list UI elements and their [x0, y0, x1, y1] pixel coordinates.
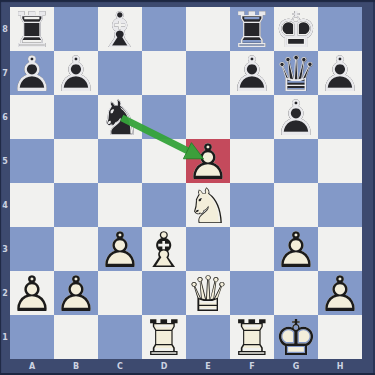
square-h1[interactable] — [318, 315, 362, 359]
piece-glyph-outline: ♙ — [54, 272, 98, 316]
square-h4[interactable] — [318, 183, 362, 227]
black-queen[interactable]: ♛♕ — [274, 51, 318, 95]
black-rook[interactable]: ♜♖ — [10, 7, 54, 51]
square-c4[interactable] — [98, 183, 142, 227]
white-rook[interactable]: ♜♖ — [142, 315, 186, 359]
file-label-d: D — [142, 359, 186, 374]
white-king[interactable]: ♚♔ — [274, 315, 318, 359]
square-g5[interactable] — [274, 139, 318, 183]
rank-labels: 87654321 — [0, 7, 10, 359]
board-frame: 87654321 ♜♖♝♗♜♖♚♔♟♙♟♙♟♙♛♕♟♙♞♘♟♙♟♙♞♘♟♙♝♗♟… — [0, 0, 375, 375]
square-c2[interactable] — [98, 271, 142, 315]
square-a8[interactable]: ♜♖ — [10, 7, 54, 51]
black-bishop[interactable]: ♝♗ — [98, 7, 142, 51]
square-f1[interactable]: ♜♖ — [230, 315, 274, 359]
chess-board: ♜♖♝♗♜♖♚♔♟♙♟♙♟♙♛♕♟♙♞♘♟♙♟♙♞♘♟♙♝♗♟♙♟♙♟♙♛♕♟♙… — [10, 7, 362, 359]
rank-label-1: 1 — [0, 315, 10, 359]
piece-glyph-outline: ♙ — [318, 272, 362, 316]
white-bishop[interactable]: ♝♗ — [142, 227, 186, 271]
piece-glyph-outline: ♙ — [10, 272, 54, 316]
rank-label-4: 4 — [0, 183, 10, 227]
square-a6[interactable] — [10, 95, 54, 139]
square-h3[interactable] — [318, 227, 362, 271]
file-label-a: A — [10, 359, 54, 374]
square-b6[interactable] — [54, 95, 98, 139]
square-f3[interactable] — [230, 227, 274, 271]
rank-label-8: 8 — [0, 7, 10, 51]
white-pawn[interactable]: ♟♙ — [98, 227, 142, 271]
square-h5[interactable] — [318, 139, 362, 183]
square-g8[interactable]: ♚♔ — [274, 7, 318, 51]
piece-glyph-outline: ♗ — [98, 8, 142, 52]
square-f7[interactable]: ♟♙ — [230, 51, 274, 95]
square-e7[interactable] — [186, 51, 230, 95]
square-d1[interactable]: ♜♖ — [142, 315, 186, 359]
square-g4[interactable] — [274, 183, 318, 227]
square-b1[interactable] — [54, 315, 98, 359]
piece-glyph-outline: ♙ — [274, 228, 318, 272]
piece-glyph-outline: ♖ — [230, 316, 274, 360]
piece-glyph-outline: ♙ — [54, 52, 98, 96]
square-f6[interactable] — [230, 95, 274, 139]
rank-label-2: 2 — [0, 271, 10, 315]
white-queen[interactable]: ♛♕ — [186, 271, 230, 315]
square-g2[interactable] — [274, 271, 318, 315]
square-c5[interactable] — [98, 139, 142, 183]
square-d3[interactable]: ♝♗ — [142, 227, 186, 271]
square-g3[interactable]: ♟♙ — [274, 227, 318, 271]
piece-glyph-outline: ♔ — [274, 316, 318, 360]
white-pawn[interactable]: ♟♙ — [318, 271, 362, 315]
square-a4[interactable] — [10, 183, 54, 227]
white-knight[interactable]: ♞♘ — [186, 183, 230, 227]
square-b8[interactable] — [54, 7, 98, 51]
white-pawn[interactable]: ♟♙ — [10, 271, 54, 315]
square-c6[interactable]: ♞♘ — [98, 95, 142, 139]
square-e8[interactable] — [186, 7, 230, 51]
white-pawn[interactable]: ♟♙ — [54, 271, 98, 315]
piece-glyph-outline: ♗ — [142, 228, 186, 272]
piece-glyph-outline: ♘ — [98, 96, 142, 140]
file-label-e: E — [186, 359, 230, 374]
square-d8[interactable] — [142, 7, 186, 51]
square-b5[interactable] — [54, 139, 98, 183]
black-pawn[interactable]: ♟♙ — [274, 95, 318, 139]
file-label-h: H — [318, 359, 362, 374]
square-g6[interactable]: ♟♙ — [274, 95, 318, 139]
white-pawn[interactable]: ♟♙ — [274, 227, 318, 271]
square-c7[interactable] — [98, 51, 142, 95]
square-f8[interactable]: ♜♖ — [230, 7, 274, 51]
file-label-b: B — [54, 359, 98, 374]
square-h6[interactable] — [318, 95, 362, 139]
piece-glyph-outline: ♕ — [186, 272, 230, 316]
black-pawn[interactable]: ♟♙ — [318, 51, 362, 95]
square-a2[interactable]: ♟♙ — [10, 271, 54, 315]
piece-glyph-outline: ♖ — [142, 316, 186, 360]
rank-label-5: 5 — [0, 139, 10, 183]
rank-label-7: 7 — [0, 51, 10, 95]
rank-label-6: 6 — [0, 95, 10, 139]
square-a7[interactable]: ♟♙ — [10, 51, 54, 95]
piece-glyph-outline: ♙ — [274, 96, 318, 140]
square-h7[interactable]: ♟♙ — [318, 51, 362, 95]
square-f5[interactable] — [230, 139, 274, 183]
square-g7[interactable]: ♛♕ — [274, 51, 318, 95]
black-rook[interactable]: ♜♖ — [230, 7, 274, 51]
file-labels: ABCDEFGH — [10, 359, 362, 374]
square-e3[interactable] — [186, 227, 230, 271]
square-f2[interactable] — [230, 271, 274, 315]
square-b7[interactable]: ♟♙ — [54, 51, 98, 95]
white-rook[interactable]: ♜♖ — [230, 315, 274, 359]
square-a5[interactable] — [10, 139, 54, 183]
file-label-g: G — [274, 359, 318, 374]
square-d4[interactable] — [142, 183, 186, 227]
square-d7[interactable] — [142, 51, 186, 95]
file-label-c: C — [98, 359, 142, 374]
file-label-f: F — [230, 359, 274, 374]
black-knight[interactable]: ♞♘ — [98, 95, 142, 139]
square-a3[interactable] — [10, 227, 54, 271]
square-b3[interactable] — [54, 227, 98, 271]
piece-glyph-outline: ♙ — [98, 228, 142, 272]
square-h8[interactable] — [318, 7, 362, 51]
rank-label-3: 3 — [0, 227, 10, 271]
piece-glyph-outline: ♙ — [10, 52, 54, 96]
square-c8[interactable]: ♝♗ — [98, 7, 142, 51]
square-e6[interactable] — [186, 95, 230, 139]
square-d5[interactable] — [142, 139, 186, 183]
square-e1[interactable] — [186, 315, 230, 359]
black-pawn[interactable]: ♟♙ — [54, 51, 98, 95]
square-d6[interactable] — [142, 95, 186, 139]
square-e5[interactable]: ♟♙ — [186, 139, 230, 183]
black-king[interactable]: ♚♔ — [274, 7, 318, 51]
square-a1[interactable] — [10, 315, 54, 359]
square-c3[interactable]: ♟♙ — [98, 227, 142, 271]
square-g1[interactable]: ♚♔ — [274, 315, 318, 359]
square-c1[interactable] — [98, 315, 142, 359]
white-pawn[interactable]: ♟♙ — [186, 139, 230, 183]
black-pawn[interactable]: ♟♙ — [230, 51, 274, 95]
square-h2[interactable]: ♟♙ — [318, 271, 362, 315]
square-f4[interactable] — [230, 183, 274, 227]
square-e4[interactable]: ♞♘ — [186, 183, 230, 227]
square-e2[interactable]: ♛♕ — [186, 271, 230, 315]
square-b4[interactable] — [54, 183, 98, 227]
piece-glyph-outline: ♙ — [318, 52, 362, 96]
piece-glyph-outline: ♘ — [186, 184, 230, 228]
black-pawn[interactable]: ♟♙ — [10, 51, 54, 95]
piece-glyph-outline: ♙ — [230, 52, 274, 96]
square-b2[interactable]: ♟♙ — [54, 271, 98, 315]
square-d2[interactable] — [142, 271, 186, 315]
